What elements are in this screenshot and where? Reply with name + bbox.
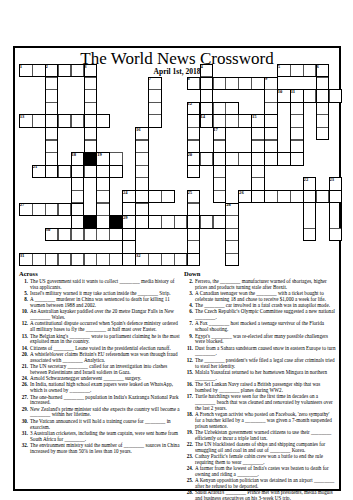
grid-cell[interactable] (187, 228, 201, 241)
across-clue-item: 31.3 Australian cricketers, including th… (19, 431, 181, 443)
down-clues-column: Down 2.Ferrero, the ________ manufacture… (184, 270, 336, 500)
puzzle-frame: The World News Crossword April 1st, 2018… (13, 46, 341, 491)
across-clue-item: 1.The US government said it wants to col… (19, 279, 181, 291)
cell-number: 16 (135, 127, 140, 132)
grid-cell[interactable] (109, 152, 123, 165)
grid-cell[interactable] (148, 253, 162, 266)
grid-cell[interactable] (84, 114, 98, 127)
grid-cell[interactable] (32, 64, 46, 77)
grid-cell[interactable] (264, 89, 278, 102)
grid-cell[interactable] (213, 114, 227, 127)
grid-cell[interactable] (84, 102, 98, 115)
clue-number: 25. (184, 478, 195, 490)
grid-cell[interactable] (32, 253, 46, 266)
down-clue-item: 17.Turtle hatchlings were seen for the f… (184, 394, 336, 411)
grid-cell[interactable] (187, 127, 201, 140)
grid-cell[interactable] (148, 190, 162, 203)
cell-number: 5 (277, 64, 280, 69)
clue-text: The environment ministry said the number… (30, 443, 181, 455)
clue-number: 1. (19, 279, 30, 291)
clue-number: 22. (184, 442, 195, 454)
across-clues-column: Across 1.The US government said it wants… (19, 270, 181, 455)
down-clue-item: 23.Cathay Pacific's female cabin crew wo… (184, 454, 336, 466)
grid-cell[interactable] (71, 64, 85, 77)
grid-cell[interactable] (32, 203, 46, 216)
grid-cell[interactable] (329, 89, 343, 102)
clue-text: The one-horned ________ population in In… (30, 395, 181, 407)
clue-text: The ________ president's wife filed a le… (195, 358, 336, 370)
grid-cell[interactable] (200, 89, 214, 102)
grid-cell[interactable] (290, 64, 304, 77)
grid-cell[interactable] (187, 140, 201, 153)
clue-number: 24. (184, 466, 195, 478)
grid-cell[interactable] (71, 203, 85, 216)
grid-cell[interactable] (264, 127, 278, 140)
grid-cell[interactable] (277, 190, 291, 203)
grid-cell[interactable] (290, 127, 304, 140)
clue-number: 32. (19, 443, 30, 455)
clue-text: An Australian kayaker paddled over the 2… (30, 309, 181, 321)
grid-cell[interactable] (58, 165, 72, 178)
clue-number: 29. (19, 407, 30, 419)
clue-text: New Zealand's prime minister said she ex… (30, 407, 181, 419)
grid-cell[interactable] (135, 190, 149, 203)
grid-cell[interactable] (290, 152, 304, 165)
clue-number: 16. (184, 382, 195, 394)
grid-cell[interactable] (96, 165, 110, 178)
grid-cell[interactable] (32, 114, 46, 127)
clue-text: In India, national high school exam pape… (30, 382, 181, 394)
grid-cell[interactable] (45, 253, 59, 266)
grid-cell[interactable] (84, 140, 98, 153)
grid-cell[interactable] (290, 140, 304, 153)
clue-text: A Fox ________ host mocked a teenage sur… (195, 321, 336, 333)
grid-cell[interactable] (316, 102, 330, 115)
grid-cell[interactable] (96, 228, 110, 241)
black-cell (109, 215, 123, 228)
grid-cell[interactable] (58, 253, 72, 266)
clue-text: The US government said it wants to colle… (30, 279, 181, 291)
grid-cell[interactable] (71, 228, 85, 241)
grid-cell[interactable] (303, 228, 317, 241)
grid-cell[interactable] (251, 190, 265, 203)
grid-cell[interactable] (96, 215, 110, 228)
grid-cell[interactable] (148, 215, 162, 228)
clue-number: 26. (19, 382, 30, 394)
grid-cell[interactable] (213, 190, 227, 203)
grid-cell[interactable] (225, 253, 239, 266)
grid-cell[interactable] (329, 190, 343, 203)
grid-cell[interactable] (71, 114, 85, 127)
down-clue-list: 2.Ferrero, the ________ manufacturer war… (184, 279, 336, 500)
grid-cell[interactable] (225, 102, 239, 115)
down-header: Down (184, 270, 336, 277)
clue-number: 12. (184, 358, 195, 370)
across-clue-item: 27.The one-horned ________ population in… (19, 395, 181, 407)
grid-cell[interactable] (45, 140, 59, 153)
grid-cell[interactable] (213, 215, 227, 228)
grid-cell[interactable] (200, 152, 214, 165)
grid-cell[interactable] (200, 77, 214, 90)
grid-cell[interactable] (45, 152, 59, 165)
grid-cell[interactable] (135, 215, 149, 228)
across-clue-item: 13.The Belgian king's ________ wrote to … (19, 334, 181, 346)
clue-number: 21. (19, 364, 30, 376)
grid-cell[interactable] (71, 165, 85, 178)
grid-cell[interactable] (84, 89, 98, 102)
grid-cell[interactable] (161, 215, 175, 228)
down-clue-item: 28.Saudi Arabia's ________ Prince met wi… (184, 490, 336, 500)
grid-cell[interactable] (45, 114, 59, 127)
clue-number: 8. (19, 297, 30, 309)
across-header: Across (19, 270, 181, 277)
grid-cell[interactable] (45, 102, 59, 115)
clue-number: 28. (184, 490, 195, 500)
cell-number: 19 (96, 152, 101, 157)
cell-number: 18 (71, 152, 76, 157)
cell-number: 26 (238, 190, 243, 195)
down-clue-item: 16.The Sri Lankan Navy raised a British … (184, 382, 336, 394)
down-clue-item: 6.The Czech Republic's Olympic Committee… (184, 309, 336, 321)
clue-number: 9. (184, 334, 195, 346)
clue-text: The Czech Republic's Olympic Committee s… (195, 309, 336, 321)
grid-cell[interactable] (251, 77, 265, 90)
cell-number: 9 (264, 77, 267, 82)
cell-number: 13 (19, 114, 24, 119)
grid-cell[interactable] (225, 215, 239, 228)
clue-text: A French vegan activist who posted on Fa… (195, 412, 336, 429)
clue-number: 13. (19, 334, 30, 346)
grid-cell[interactable] (213, 77, 227, 90)
cell-number: 25 (187, 190, 192, 195)
clue-text: A Canadian teenager won the ________ wit… (195, 291, 336, 303)
grid-cell[interactable] (277, 152, 291, 165)
grid-cell[interactable] (109, 228, 123, 241)
clue-number: 7. (184, 321, 195, 333)
grid-cell[interactable] (225, 77, 239, 90)
cell-number: 8 (187, 77, 190, 82)
grid-cell[interactable] (84, 253, 98, 266)
cell-number: 30 (45, 228, 50, 233)
grid-cell[interactable] (96, 177, 110, 190)
clue-number: 20. (19, 352, 30, 364)
grid-cell[interactable] (122, 228, 136, 241)
grid-cell[interactable] (329, 228, 343, 241)
across-clue-item: 12.A constitutional dispute occurred whe… (19, 321, 181, 333)
clue-text: The Sri Lankan Navy raised a British pas… (195, 382, 336, 394)
cell-number: 23 (329, 177, 334, 182)
grid-cell[interactable] (213, 177, 227, 190)
grid-cell[interactable] (225, 114, 239, 127)
grid-cell[interactable] (45, 165, 59, 178)
grid-cell[interactable] (290, 190, 304, 203)
down-clue-item: 7.A Fox ________ host mocked a teenage s… (184, 321, 336, 333)
cell-number: 12 (187, 102, 192, 107)
clue-text: Egypt's ________ was re-elected after ma… (195, 334, 336, 346)
grid-cell[interactable] (251, 127, 265, 140)
grid-cell[interactable] (71, 190, 85, 203)
clue-number: 30. (19, 419, 30, 431)
grid-cell[interactable] (58, 203, 72, 216)
grid-cell[interactable] (71, 215, 85, 228)
cell-number: 2 (45, 64, 48, 69)
clue-number: 18. (184, 412, 195, 429)
cell-number: 32 (135, 253, 140, 258)
grid-cell[interactable] (290, 102, 304, 115)
cell-number: 17 (213, 127, 218, 132)
grid-cell[interactable] (238, 114, 252, 127)
grid-cell[interactable] (187, 240, 201, 253)
grid-cell[interactable] (213, 102, 227, 115)
grid-cell[interactable] (58, 64, 72, 77)
clue-text: The Belgian king's ________ wrote to par… (30, 334, 181, 346)
grid-cell[interactable] (316, 89, 330, 102)
clue-text: A farmer from the lowest of India's cast… (195, 466, 336, 478)
grid-cell[interactable] (316, 127, 330, 140)
cell-number: 15 (251, 114, 256, 119)
grid-cell[interactable] (187, 253, 201, 266)
down-clue-item: 3.A Canadian teenager won the ________ w… (184, 291, 336, 303)
across-clue-item: 30.The Vatican announced it will hold a … (19, 419, 181, 431)
across-clue-item: 32.The environment ministry said the num… (19, 443, 181, 455)
grid-cell[interactable] (264, 190, 278, 203)
cell-number: 27 (19, 203, 24, 208)
clue-text: Dust from a Sahara sandstorm caused snow… (195, 346, 336, 358)
grid-cell[interactable] (187, 203, 201, 216)
across-clue-item: 21.The UN secretary ________ called for … (19, 364, 181, 376)
clue-number: 17. (184, 394, 195, 411)
grid-cell[interactable] (135, 203, 149, 216)
black-cell (84, 152, 98, 165)
cell-number: 29 (122, 215, 127, 220)
grid-cell[interactable] (238, 152, 252, 165)
grid-cell[interactable] (213, 152, 227, 165)
grid-cell[interactable] (84, 127, 98, 140)
across-clue-item: 8.A ________ murderer in China was sente… (19, 297, 181, 309)
grid-cell[interactable] (200, 215, 214, 228)
down-clue-item: 22.The UN blacklisted dozens of ships an… (184, 442, 336, 454)
grid-cell[interactable] (213, 140, 227, 153)
grid-cell[interactable] (84, 77, 98, 90)
grid-cell[interactable] (71, 177, 85, 190)
grid-cell[interactable] (96, 253, 110, 266)
grid-cell[interactable] (109, 165, 123, 178)
grid-cell[interactable] (45, 89, 59, 102)
across-clue-item: 26.In India, national high school exam p… (19, 382, 181, 394)
grid-cell[interactable] (251, 140, 265, 153)
grid-cell[interactable] (58, 114, 72, 127)
clue-text: Turtle hatchlings were seen for the firs… (195, 394, 336, 411)
down-clue-item: 9.Egypt's ________ was re-elected after … (184, 334, 336, 346)
grid-cell[interactable] (225, 152, 239, 165)
page: The World News Crossword April 1st, 2018… (0, 0, 353, 500)
grid-cell[interactable] (58, 228, 72, 241)
cell-number: 3 (84, 64, 87, 69)
cell-number: 24 (122, 190, 127, 195)
grid-cell[interactable] (225, 240, 239, 253)
grid-cell[interactable] (187, 165, 201, 178)
grid-cell[interactable] (45, 127, 59, 140)
cell-number: 1 (19, 64, 22, 69)
cell-number: 11 (290, 89, 295, 94)
grid-cell[interactable] (174, 215, 188, 228)
grid-cell[interactable] (251, 177, 265, 190)
grid-cell[interactable] (264, 114, 278, 127)
grid-cell[interactable] (45, 203, 59, 216)
clue-number: 23. (184, 454, 195, 466)
grid-cell[interactable] (174, 253, 188, 266)
cell-number: 22 (303, 177, 308, 182)
grid-cell[interactable] (122, 253, 136, 266)
grid-cell[interactable] (264, 152, 278, 165)
clue-number: 12. (19, 321, 30, 333)
clue-text: The Vatican announced it will hold a tra… (30, 419, 181, 431)
grid-cell[interactable] (148, 114, 162, 127)
grid-cell[interactable] (161, 253, 175, 266)
grid-cell[interactable] (316, 77, 330, 90)
clue-text: A constitutional dispute occurred when S… (30, 321, 181, 333)
grid-cell[interactable] (122, 240, 136, 253)
grid-cell[interactable] (96, 190, 110, 203)
clue-text: A whistleblower claims Britain's EU refe… (30, 352, 181, 364)
cell-number: 31 (19, 253, 24, 258)
clue-number: 3. (184, 291, 195, 303)
clue-text: Ferrero, the ________ manufacturer warne… (195, 279, 336, 291)
down-clue-item: 12.The ________ president's wife filed a… (184, 358, 336, 370)
grid-cell[interactable] (135, 177, 149, 190)
cell-number: 20 (187, 152, 192, 157)
grid-cell[interactable] (84, 165, 98, 178)
across-clue-item: 29.New Zealand's prime minister said she… (19, 407, 181, 419)
clue-number: 10. (19, 309, 30, 321)
grid-cell[interactable] (96, 114, 110, 127)
grid-cell[interactable] (135, 152, 149, 165)
grid-cell[interactable] (316, 114, 330, 127)
grid-cell[interactable] (303, 64, 317, 77)
down-clue-item: 15.Malala Yousafzai returned to her home… (184, 370, 336, 382)
down-clue-item: 25.A Kenyan opposition politician was de… (184, 478, 336, 490)
clue-number: 6. (184, 309, 195, 321)
clue-number: 27. (19, 395, 30, 407)
clue-number: 15. (184, 370, 195, 382)
grid-cell[interactable] (135, 140, 149, 153)
down-clue-item: 24.A farmer from the lowest of India's c… (184, 466, 336, 478)
grid-cell[interactable] (264, 140, 278, 153)
grid-cell[interactable] (290, 114, 304, 127)
clue-text: The UN secretary ________ called for an … (30, 364, 181, 376)
grid-cell[interactable] (148, 89, 162, 102)
clue-text: Malala Yousafzai returned to her hometow… (195, 370, 336, 382)
cell-number: 7 (148, 77, 151, 82)
grid-cell[interactable] (148, 102, 162, 115)
grid-cell[interactable] (187, 215, 201, 228)
grid-cell[interactable] (264, 102, 278, 115)
grid-cell[interactable] (109, 253, 123, 266)
black-cell (84, 215, 98, 228)
clue-text: The Uzbekistan government warned citizen… (195, 430, 336, 442)
clue-text: The UN blacklisted dozens of ships and s… (195, 442, 336, 454)
clue-number: 19. (184, 430, 195, 442)
grid-cell[interactable] (238, 77, 252, 90)
clue-number: 31. (19, 431, 30, 443)
down-clue-item: 11.Dust from a Sahara sandstorm caused s… (184, 346, 336, 358)
grid-cell[interactable] (161, 190, 175, 203)
grid-cell[interactable] (225, 228, 239, 241)
cell-number: 21 (32, 165, 37, 170)
grid-cell[interactable] (71, 253, 85, 266)
grid-cell[interactable] (303, 190, 317, 203)
cell-number: 10 (277, 89, 282, 94)
cell-number: 4 (200, 64, 203, 69)
clue-text: A ________ murderer in China was sentenc… (30, 297, 181, 309)
across-clue-item: 20.A whistleblower claims Britain's EU r… (19, 352, 181, 364)
clue-text: Saudi Arabia's ________ Prince met with … (195, 490, 336, 500)
cell-number: 14 (200, 114, 205, 119)
grid-cell[interactable] (96, 203, 110, 216)
clue-text: Cathay Pacific's female cabin crew won a… (195, 454, 336, 466)
grid-cell[interactable] (303, 89, 317, 102)
down-clue-item: 18.A French vegan activist who posted on… (184, 412, 336, 429)
across-clue-item: 10.An Australian kayaker paddled over th… (19, 309, 181, 321)
grid-cell[interactable] (84, 228, 98, 241)
clue-number: 11. (184, 346, 195, 358)
across-clue-list: 1.The US government said it wants to col… (19, 279, 181, 455)
down-clue-item: 19.The Uzbekistan government warned citi… (184, 430, 336, 442)
cell-number: 28 (225, 203, 230, 208)
grid-cell[interactable] (45, 77, 59, 90)
down-clue-item: 2.Ferrero, the ________ manufacturer war… (184, 279, 336, 291)
clue-number: 2. (184, 279, 195, 291)
cell-number: 6 (316, 64, 319, 69)
clue-text: 3 Australian cricketers, including the t… (30, 431, 181, 443)
grid-cell[interactable] (135, 165, 149, 178)
grid-cell[interactable] (316, 190, 330, 203)
clue-text: A Kenyan opposition politician was detai… (195, 478, 336, 490)
grid-cell[interactable] (251, 152, 265, 165)
